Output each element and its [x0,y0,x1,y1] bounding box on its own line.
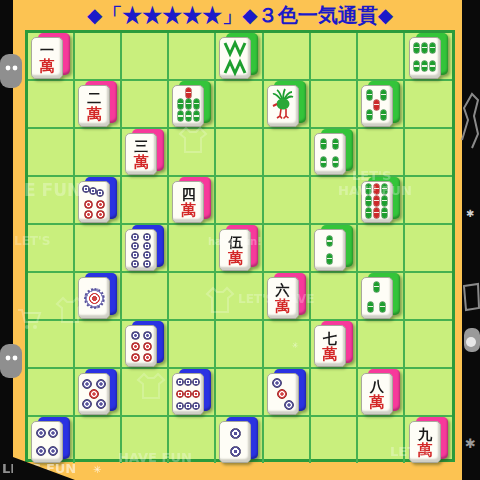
tile-face [31,421,63,463]
cell-r1c2 [122,81,169,129]
cell-r5c7 [358,273,405,321]
cell-r1c0 [28,81,75,129]
cell-r4c2 [122,225,169,273]
tile-face: 七萬 [314,325,346,367]
cell-r5c6 [311,273,358,321]
cell-r0c5 [264,33,311,81]
tile-6m[interactable]: 六萬 [267,273,306,319]
tile-face: 二萬 [78,85,110,127]
cell-r1c8 [405,81,452,129]
cell-r8c6 [311,417,358,463]
cell-r8c7 [358,417,405,463]
tile-4m[interactable]: 四萬 [172,177,211,223]
tile-face [219,37,251,79]
cell-r7c2 [122,369,169,417]
cell-r8c4 [216,417,263,463]
cell-r3c5 [264,177,311,225]
tile-5s[interactable] [361,81,400,127]
cell-r3c6 [311,177,358,225]
cell-r4c6 [311,225,358,273]
tile-face [172,85,204,127]
cell-r7c8 [405,369,452,417]
sparkle-icon: ✱ [466,208,474,219]
shirt-outline-icon [462,282,480,312]
tile-6p[interactable] [125,321,164,367]
tile-face: 八萬 [361,373,393,415]
cell-r6c5 [264,321,311,369]
cell-r4c3 [169,225,216,273]
tile-face [172,373,204,415]
tile-face [125,229,157,271]
cell-r1c6 [311,81,358,129]
tile-7p[interactable] [78,177,117,223]
cell-r1c4 [216,81,263,129]
puzzle-title: ◆「★★★★★」◆３色一気通貫◆ [0,2,480,29]
cell-r5c0 [28,273,75,321]
cell-r6c4 [216,321,263,369]
cell-r5c5: 六萬 [264,273,311,321]
cell-r4c4: 伍萬 [216,225,263,273]
figure-outline-icon [460,90,480,150]
cell-r5c1 [75,273,122,321]
cell-r8c2 [122,417,169,463]
cell-r7c7: 八萬 [358,369,405,417]
cell-r2c5 [264,129,311,177]
cell-r7c1 [75,369,122,417]
tile-face [314,133,346,175]
cell-r1c7 [358,81,405,129]
cell-r6c6: 七萬 [311,321,358,369]
tile-5p[interactable] [78,369,117,415]
tile-face [78,277,110,319]
tile-3s[interactable] [361,273,400,319]
cell-r2c2: 三萬 [122,129,169,177]
cell-r0c2 [122,33,169,81]
cell-r8c8: 九萬 [405,417,452,463]
cell-r2c8 [405,129,452,177]
tile-9m[interactable]: 九萬 [409,417,448,463]
cell-r8c1 [75,417,122,463]
tile-face [361,85,393,127]
cell-r3c8 [405,177,452,225]
cell-r7c4 [216,369,263,417]
tile-face [78,181,110,223]
cell-r8c5 [264,417,311,463]
cell-r4c1 [75,225,122,273]
tile-6s[interactable] [409,33,448,79]
tile-face: 九萬 [409,421,441,463]
cell-r4c7 [358,225,405,273]
cell-r2c1 [75,129,122,177]
cell-r2c4 [216,129,263,177]
tile-8s[interactable] [219,33,258,79]
cell-r0c4 [216,33,263,81]
cell-r8c0 [28,417,75,463]
cell-r6c7 [358,321,405,369]
sparkle-icon: ✱ [465,436,476,451]
tile-2s[interactable] [314,225,353,271]
cell-r5c8 [405,273,452,321]
cell-r0c6 [311,33,358,81]
cell-r0c1 [75,33,122,81]
tile-9p[interactable] [172,369,211,415]
cell-r5c3 [169,273,216,321]
cell-r4c5 [264,225,311,273]
tile-face [361,277,393,319]
cell-r2c7 [358,129,405,177]
tile-face [267,85,299,127]
tile-face [267,373,299,415]
cell-r3c3: 四萬 [169,177,216,225]
tile-face [314,229,346,271]
cell-r3c4 [216,177,263,225]
cell-r0c8 [405,33,452,81]
tile-1s[interactable] [267,81,306,127]
cell-r7c5 [264,369,311,417]
tile-7m[interactable]: 七萬 [314,321,353,367]
cell-r3c0 [28,177,75,225]
mahjong-board: 一萬二萬三萬四萬伍萬六萬七萬八萬九萬 [25,30,455,462]
cell-r7c6 [311,369,358,417]
tile-face [219,421,251,463]
cell-r7c3 [169,369,216,417]
cell-r6c2 [122,321,169,369]
cell-r1c1: 二萬 [75,81,122,129]
cell-r2c3 [169,129,216,177]
tile-5m[interactable]: 伍萬 [219,225,258,271]
tile-8p[interactable] [125,225,164,271]
tile-2m[interactable]: 二萬 [78,81,117,127]
cell-r0c0: 一萬 [28,33,75,81]
cell-r1c5 [264,81,311,129]
tile-face [361,181,393,223]
cell-r3c2 [122,177,169,225]
tile-1p[interactable] [78,273,117,319]
cell-r0c3 [169,33,216,81]
tile-face: 三萬 [125,133,157,175]
tile-8m[interactable]: 八萬 [361,369,400,415]
tile-2p[interactable] [219,417,258,463]
cell-r2c0 [28,129,75,177]
tile-1m[interactable]: 一萬 [31,33,70,79]
cell-r3c7 [358,177,405,225]
tile-4s[interactable] [314,129,353,175]
cell-r0c7 [358,33,405,81]
cell-r6c1 [75,321,122,369]
cell-r6c3 [169,321,216,369]
tile-3p[interactable] [267,369,306,415]
cell-r2c6 [311,129,358,177]
cell-r6c8 [405,321,452,369]
tile-4p[interactable] [31,417,70,463]
cell-r4c8 [405,225,452,273]
cell-r5c2 [122,273,169,321]
tile-face: 四萬 [172,181,204,223]
cell-r1c3 [169,81,216,129]
tile-7s[interactable] [172,81,211,127]
tile-9s[interactable] [361,177,400,223]
tile-face: 六萬 [267,277,299,319]
tile-face [125,325,157,367]
cell-r4c0 [28,225,75,273]
cell-r6c0 [28,321,75,369]
tile-3m[interactable]: 三萬 [125,129,164,175]
tile-face: 一萬 [31,37,63,79]
tile-face [409,37,441,79]
product-photo: ◆「★★★★★」◆３色一気通貫◆ 一萬二萬三萬四萬伍萬六萬七萬八萬九萬 E FU… [0,0,480,480]
mascot-icon [462,326,480,358]
tile-face: 伍萬 [219,229,251,271]
cell-r7c0 [28,369,75,417]
cell-r8c3 [169,417,216,463]
cell-r5c4 [216,273,263,321]
cell-r3c1 [75,177,122,225]
tile-face [78,373,110,415]
